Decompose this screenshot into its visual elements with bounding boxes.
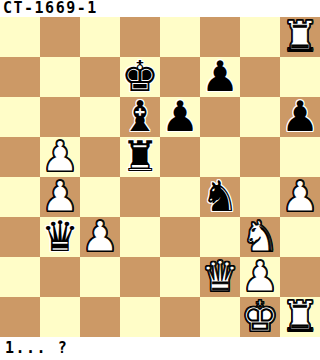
- square-h6[interactable]: ♟: [280, 97, 320, 137]
- square-e6[interactable]: ♟: [160, 97, 200, 137]
- black-pawn[interactable]: ♟: [281, 97, 319, 137]
- square-b4[interactable]: ♟: [40, 177, 80, 217]
- square-d1[interactable]: [120, 297, 160, 337]
- square-d4[interactable]: [120, 177, 160, 217]
- square-g1[interactable]: ♚: [240, 297, 280, 337]
- square-b6[interactable]: [40, 97, 80, 137]
- square-d3[interactable]: [120, 217, 160, 257]
- white-pawn[interactable]: ♟: [241, 257, 279, 297]
- square-d2[interactable]: [120, 257, 160, 297]
- square-h8[interactable]: ♜: [280, 17, 320, 57]
- white-pawn[interactable]: ♟: [41, 177, 79, 217]
- square-a2[interactable]: [0, 257, 40, 297]
- square-d8[interactable]: [120, 17, 160, 57]
- square-f2[interactable]: ♛: [200, 257, 240, 297]
- square-a6[interactable]: [0, 97, 40, 137]
- square-a7[interactable]: [0, 57, 40, 97]
- white-pawn[interactable]: ♟: [281, 177, 319, 217]
- square-e1[interactable]: [160, 297, 200, 337]
- square-g5[interactable]: [240, 137, 280, 177]
- square-b3[interactable]: ♛: [40, 217, 80, 257]
- white-pawn[interactable]: ♟: [81, 217, 119, 257]
- square-h3[interactable]: [280, 217, 320, 257]
- square-f5[interactable]: [200, 137, 240, 177]
- square-c1[interactable]: [80, 297, 120, 337]
- white-pawn[interactable]: ♟: [41, 137, 79, 177]
- square-c3[interactable]: ♟: [80, 217, 120, 257]
- square-b1[interactable]: [40, 297, 80, 337]
- square-b2[interactable]: [40, 257, 80, 297]
- square-e3[interactable]: [160, 217, 200, 257]
- black-pawn[interactable]: ♟: [201, 57, 239, 97]
- square-f3[interactable]: [200, 217, 240, 257]
- square-g4[interactable]: [240, 177, 280, 217]
- square-e5[interactable]: [160, 137, 200, 177]
- square-g3[interactable]: ♞: [240, 217, 280, 257]
- square-a3[interactable]: [0, 217, 40, 257]
- square-b5[interactable]: ♟: [40, 137, 80, 177]
- square-a4[interactable]: [0, 177, 40, 217]
- square-e8[interactable]: [160, 17, 200, 57]
- square-g7[interactable]: [240, 57, 280, 97]
- black-queen[interactable]: ♛: [41, 217, 79, 257]
- square-h1[interactable]: ♜: [280, 297, 320, 337]
- black-knight[interactable]: ♞: [201, 177, 239, 217]
- square-h4[interactable]: ♟: [280, 177, 320, 217]
- square-f4[interactable]: ♞: [200, 177, 240, 217]
- square-f7[interactable]: ♟: [200, 57, 240, 97]
- square-c8[interactable]: [80, 17, 120, 57]
- square-f8[interactable]: [200, 17, 240, 57]
- white-rook[interactable]: ♜: [281, 297, 319, 337]
- white-rook[interactable]: ♜: [281, 17, 319, 57]
- square-e2[interactable]: [160, 257, 200, 297]
- white-knight[interactable]: ♞: [241, 217, 279, 257]
- square-h7[interactable]: [280, 57, 320, 97]
- square-e7[interactable]: [160, 57, 200, 97]
- square-g8[interactable]: [240, 17, 280, 57]
- square-e4[interactable]: [160, 177, 200, 217]
- square-a8[interactable]: [0, 17, 40, 57]
- square-a5[interactable]: [0, 137, 40, 177]
- square-c7[interactable]: [80, 57, 120, 97]
- square-b8[interactable]: [40, 17, 80, 57]
- square-g6[interactable]: [240, 97, 280, 137]
- square-h2[interactable]: [280, 257, 320, 297]
- square-a1[interactable]: [0, 297, 40, 337]
- white-queen[interactable]: ♛: [201, 257, 239, 297]
- square-b7[interactable]: [40, 57, 80, 97]
- black-bishop[interactable]: ♝: [121, 97, 159, 137]
- square-h5[interactable]: [280, 137, 320, 177]
- square-g2[interactable]: ♟: [240, 257, 280, 297]
- square-c2[interactable]: [80, 257, 120, 297]
- black-rook[interactable]: ♜: [121, 137, 159, 177]
- black-king[interactable]: ♚: [121, 57, 159, 97]
- square-f6[interactable]: [200, 97, 240, 137]
- square-d5[interactable]: ♜: [120, 137, 160, 177]
- white-king[interactable]: ♚: [241, 297, 279, 337]
- square-c5[interactable]: [80, 137, 120, 177]
- chess-board: ♜♚♟♝♟♟♟♜♟♞♟♛♟♞♛♟♚♜: [0, 17, 320, 337]
- black-pawn[interactable]: ♟: [161, 97, 199, 137]
- square-c4[interactable]: [80, 177, 120, 217]
- square-f1[interactable]: [200, 297, 240, 337]
- square-d6[interactable]: ♝: [120, 97, 160, 137]
- square-d7[interactable]: ♚: [120, 57, 160, 97]
- square-c6[interactable]: [80, 97, 120, 137]
- puzzle-id: CT-1669-1: [0, 0, 320, 17]
